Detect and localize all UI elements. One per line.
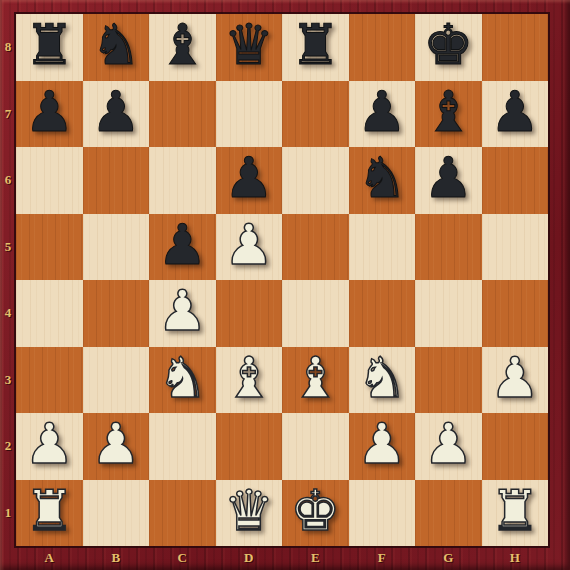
square-e1[interactable]: ♚: [282, 480, 349, 547]
black-pawn-c5[interactable]: ♟: [157, 217, 207, 273]
file-label-f: F: [349, 546, 416, 570]
square-b2[interactable]: ♟: [83, 413, 150, 480]
square-c1[interactable]: [149, 480, 216, 547]
white-pawn-f2[interactable]: ♟: [357, 416, 407, 472]
chessboard-frame: 87654321 ABCDEFGH ♜♞♝♛♜♚♟♟♟♝♟♟♞♟♟♟♟♞♝♝♞♟…: [0, 0, 570, 570]
rank-label-7: 7: [0, 81, 16, 148]
square-a7[interactable]: ♟: [16, 81, 83, 148]
square-d5[interactable]: ♟: [216, 214, 283, 281]
black-pawn-d6[interactable]: ♟: [224, 150, 274, 206]
square-e4[interactable]: [282, 280, 349, 347]
rank-label-6: 6: [0, 147, 16, 214]
square-f4[interactable]: [349, 280, 416, 347]
file-label-a: A: [16, 546, 83, 570]
black-king-g8[interactable]: ♚: [423, 17, 473, 73]
square-d2[interactable]: [216, 413, 283, 480]
square-c8[interactable]: ♝: [149, 14, 216, 81]
square-h4[interactable]: [482, 280, 549, 347]
square-a4[interactable]: [16, 280, 83, 347]
square-a2[interactable]: ♟: [16, 413, 83, 480]
square-b7[interactable]: ♟: [83, 81, 150, 148]
black-rook-e8[interactable]: ♜: [290, 17, 340, 73]
square-f1[interactable]: [349, 480, 416, 547]
square-d8[interactable]: ♛: [216, 14, 283, 81]
black-bishop-c8[interactable]: ♝: [157, 17, 207, 73]
square-a5[interactable]: [16, 214, 83, 281]
square-e5[interactable]: [282, 214, 349, 281]
square-g5[interactable]: [415, 214, 482, 281]
square-d7[interactable]: [216, 81, 283, 148]
white-pawn-b2[interactable]: ♟: [91, 416, 141, 472]
square-g2[interactable]: ♟: [415, 413, 482, 480]
square-b4[interactable]: [83, 280, 150, 347]
black-bishop-g7[interactable]: ♝: [423, 84, 473, 140]
square-a8[interactable]: ♜: [16, 14, 83, 81]
square-f3[interactable]: ♞: [349, 347, 416, 414]
black-pawn-g6[interactable]: ♟: [423, 150, 473, 206]
white-king-e1[interactable]: ♚: [290, 483, 340, 539]
file-label-c: C: [149, 546, 216, 570]
square-e8[interactable]: ♜: [282, 14, 349, 81]
white-bishop-d3[interactable]: ♝: [224, 350, 274, 406]
square-h5[interactable]: [482, 214, 549, 281]
square-c2[interactable]: [149, 413, 216, 480]
square-a3[interactable]: [16, 347, 83, 414]
square-e2[interactable]: [282, 413, 349, 480]
white-knight-f3[interactable]: ♞: [357, 350, 407, 406]
white-bishop-e3[interactable]: ♝: [290, 350, 340, 406]
square-f5[interactable]: [349, 214, 416, 281]
black-pawn-f7[interactable]: ♟: [357, 84, 407, 140]
square-g4[interactable]: [415, 280, 482, 347]
black-pawn-a7[interactable]: ♟: [24, 84, 74, 140]
square-f2[interactable]: ♟: [349, 413, 416, 480]
square-b1[interactable]: [83, 480, 150, 547]
square-e7[interactable]: [282, 81, 349, 148]
square-c3[interactable]: ♞: [149, 347, 216, 414]
square-b6[interactable]: [83, 147, 150, 214]
white-pawn-g2[interactable]: ♟: [423, 416, 473, 472]
white-pawn-d5[interactable]: ♟: [224, 217, 274, 273]
square-g1[interactable]: [415, 480, 482, 547]
square-b8[interactable]: ♞: [83, 14, 150, 81]
square-g7[interactable]: ♝: [415, 81, 482, 148]
square-h2[interactable]: [482, 413, 549, 480]
black-pawn-h7[interactable]: ♟: [490, 84, 540, 140]
square-f6[interactable]: ♞: [349, 147, 416, 214]
file-label-d: D: [216, 546, 283, 570]
square-g6[interactable]: ♟: [415, 147, 482, 214]
white-queen-d1[interactable]: ♛: [224, 483, 274, 539]
square-f7[interactable]: ♟: [349, 81, 416, 148]
square-g8[interactable]: ♚: [415, 14, 482, 81]
file-label-b: B: [83, 546, 150, 570]
square-e6[interactable]: [282, 147, 349, 214]
black-knight-b8[interactable]: ♞: [91, 17, 141, 73]
square-c4[interactable]: ♟: [149, 280, 216, 347]
black-knight-f6[interactable]: ♞: [357, 150, 407, 206]
square-f8[interactable]: [349, 14, 416, 81]
black-queen-d8[interactable]: ♛: [224, 17, 274, 73]
file-label-h: H: [482, 546, 549, 570]
square-b5[interactable]: [83, 214, 150, 281]
square-h8[interactable]: [482, 14, 549, 81]
file-label-e: E: [282, 546, 349, 570]
rank-label-4: 4: [0, 280, 16, 347]
square-e3[interactable]: ♝: [282, 347, 349, 414]
square-c5[interactable]: ♟: [149, 214, 216, 281]
chessboard: ♜♞♝♛♜♚♟♟♟♝♟♟♞♟♟♟♟♞♝♝♞♟♟♟♟♟♜♛♚♜: [16, 14, 548, 546]
white-rook-a1[interactable]: ♜: [24, 483, 74, 539]
square-h7[interactable]: ♟: [482, 81, 549, 148]
white-pawn-a2[interactable]: ♟: [24, 416, 74, 472]
square-d6[interactable]: ♟: [216, 147, 283, 214]
white-rook-h1[interactable]: ♜: [490, 483, 540, 539]
square-d1[interactable]: ♛: [216, 480, 283, 547]
rank-label-1: 1: [0, 480, 16, 547]
file-coordinates: ABCDEFGH: [16, 546, 548, 570]
black-rook-a8[interactable]: ♜: [24, 17, 74, 73]
square-a6[interactable]: [16, 147, 83, 214]
square-a1[interactable]: ♜: [16, 480, 83, 547]
file-label-g: G: [415, 546, 482, 570]
square-h3[interactable]: ♟: [482, 347, 549, 414]
rank-label-2: 2: [0, 413, 16, 480]
square-g3[interactable]: [415, 347, 482, 414]
square-d3[interactable]: ♝: [216, 347, 283, 414]
square-b3[interactable]: [83, 347, 150, 414]
white-pawn-c4[interactable]: ♟: [157, 283, 207, 339]
square-c6[interactable]: [149, 147, 216, 214]
rank-label-8: 8: [0, 14, 16, 81]
black-pawn-b7[interactable]: ♟: [91, 84, 141, 140]
rank-label-5: 5: [0, 214, 16, 281]
square-h1[interactable]: ♜: [482, 480, 549, 547]
square-c7[interactable]: [149, 81, 216, 148]
square-d4[interactable]: [216, 280, 283, 347]
rank-coordinates: 87654321: [0, 14, 16, 546]
white-pawn-h3[interactable]: ♟: [490, 350, 540, 406]
square-h6[interactable]: [482, 147, 549, 214]
white-knight-c3[interactable]: ♞: [157, 350, 207, 406]
rank-label-3: 3: [0, 347, 16, 414]
